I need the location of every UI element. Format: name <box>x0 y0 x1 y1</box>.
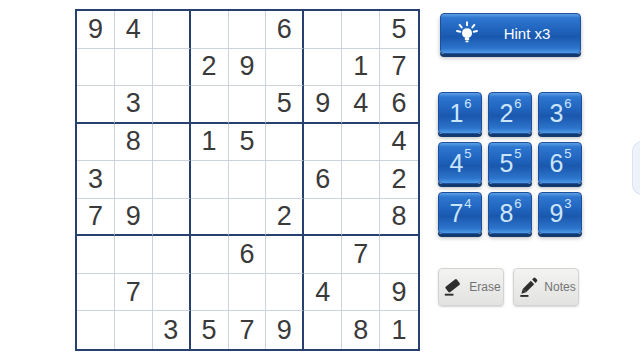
cell-r8c5[interactable] <box>229 274 267 312</box>
cell-r3c2[interactable]: 3 <box>115 86 153 124</box>
cell-r3c1[interactable] <box>77 86 115 124</box>
numpad-4-button[interactable]: 45 <box>438 142 482 184</box>
cell-r4c2[interactable]: 8 <box>115 124 153 162</box>
numpad-7-button[interactable]: 74 <box>438 192 482 234</box>
cell-r2c5[interactable]: 9 <box>229 49 267 87</box>
cell-r2c3[interactable] <box>153 49 191 87</box>
cell-r8c2[interactable]: 7 <box>115 274 153 312</box>
numpad-digit: 2 <box>499 101 513 126</box>
cell-r7c5[interactable]: 6 <box>229 236 267 274</box>
numpad-digit: 7 <box>449 201 463 226</box>
cell-r6c8[interactable] <box>342 199 380 237</box>
cell-r7c3[interactable] <box>153 236 191 274</box>
notes-label: Notes <box>544 280 575 294</box>
cell-r2c6[interactable] <box>266 49 304 87</box>
cell-r6c1[interactable]: 7 <box>77 199 115 237</box>
cell-r7c8[interactable]: 7 <box>342 236 380 274</box>
cell-r7c2[interactable] <box>115 236 153 274</box>
numpad-9-button[interactable]: 93 <box>538 192 582 234</box>
pencil-icon <box>516 276 539 299</box>
cell-r6c5[interactable] <box>229 199 267 237</box>
cell-r6c7[interactable] <box>304 199 342 237</box>
numpad-remaining-count: 5 <box>564 147 571 160</box>
cell-r3c3[interactable] <box>153 86 191 124</box>
numpad-digit: 3 <box>549 101 563 126</box>
cell-r2c2[interactable] <box>115 49 153 87</box>
cell-r8c4[interactable] <box>191 274 229 312</box>
cell-r4c6[interactable] <box>266 124 304 162</box>
numpad-digit: 4 <box>449 151 463 176</box>
cell-r3c5[interactable] <box>229 86 267 124</box>
numpad-remaining-count: 3 <box>564 197 571 210</box>
cell-r8c9[interactable]: 9 <box>380 274 418 312</box>
cell-r6c9[interactable]: 8 <box>380 199 418 237</box>
cell-r1c6[interactable]: 6 <box>266 11 304 49</box>
cell-r1c9[interactable]: 5 <box>380 11 418 49</box>
sudoku-board: 94652917359468154362792867749357981 <box>75 9 420 351</box>
cell-r2c7[interactable] <box>304 49 342 87</box>
cell-r9c6[interactable]: 9 <box>266 311 304 349</box>
numpad: 162636455565748693 <box>438 92 582 234</box>
cell-r5c6[interactable] <box>266 161 304 199</box>
cell-r8c6[interactable] <box>266 274 304 312</box>
numpad-remaining-count: 6 <box>564 97 571 110</box>
numpad-remaining-count: 5 <box>464 147 471 160</box>
numpad-8-button[interactable]: 86 <box>488 192 532 234</box>
cell-r5c8[interactable] <box>342 161 380 199</box>
numpad-digit: 9 <box>549 201 563 226</box>
lightbulb-icon <box>454 21 480 47</box>
numpad-remaining-count: 6 <box>514 97 521 110</box>
cell-r4c9[interactable]: 4 <box>380 124 418 162</box>
cell-r5c3[interactable] <box>153 161 191 199</box>
numpad-3-button[interactable]: 36 <box>538 92 582 134</box>
cell-r1c7[interactable] <box>304 11 342 49</box>
cell-r4c4[interactable]: 1 <box>191 124 229 162</box>
erase-button[interactable]: Erase <box>438 268 504 306</box>
hint-button[interactable]: Hint x3 <box>440 13 581 54</box>
edge-flyout-handle[interactable] <box>632 141 640 195</box>
cell-r3c9[interactable]: 6 <box>380 86 418 124</box>
cell-r7c7[interactable] <box>304 236 342 274</box>
cell-r2c4[interactable]: 2 <box>191 49 229 87</box>
cell-r9c9[interactable]: 1 <box>380 311 418 349</box>
cell-r3c4[interactable] <box>191 86 229 124</box>
cell-r9c7[interactable] <box>304 311 342 349</box>
cell-r4c1[interactable] <box>77 124 115 162</box>
cell-r2c1[interactable] <box>77 49 115 87</box>
cell-r6c6[interactable]: 2 <box>266 199 304 237</box>
cell-r4c5[interactable]: 5 <box>229 124 267 162</box>
cell-r8c7[interactable]: 4 <box>304 274 342 312</box>
cell-r6c4[interactable] <box>191 199 229 237</box>
numpad-remaining-count: 6 <box>464 97 471 110</box>
cell-r1c3[interactable] <box>153 11 191 49</box>
numpad-6-button[interactable]: 65 <box>538 142 582 184</box>
cell-r7c4[interactable] <box>191 236 229 274</box>
cell-r8c3[interactable] <box>153 274 191 312</box>
cell-r3c8[interactable]: 4 <box>342 86 380 124</box>
numpad-digit: 5 <box>499 151 513 176</box>
cell-r3c6[interactable]: 5 <box>266 86 304 124</box>
numpad-1-button[interactable]: 16 <box>438 92 482 134</box>
cell-r1c5[interactable] <box>229 11 267 49</box>
notes-button[interactable]: Notes <box>513 268 579 306</box>
cell-r5c5[interactable] <box>229 161 267 199</box>
numpad-digit: 6 <box>549 151 563 176</box>
cell-r6c3[interactable] <box>153 199 191 237</box>
numpad-remaining-count: 6 <box>514 197 521 210</box>
cell-r9c3[interactable]: 3 <box>153 311 191 349</box>
cell-r9c8[interactable]: 8 <box>342 311 380 349</box>
cell-r5c2[interactable] <box>115 161 153 199</box>
numpad-remaining-count: 5 <box>514 147 521 160</box>
eraser-icon <box>441 276 464 299</box>
cell-r1c4[interactable] <box>191 11 229 49</box>
cell-r4c3[interactable] <box>153 124 191 162</box>
numpad-5-button[interactable]: 55 <box>488 142 532 184</box>
cell-r1c8[interactable] <box>342 11 380 49</box>
cell-r5c1[interactable]: 3 <box>77 161 115 199</box>
cell-r4c8[interactable] <box>342 124 380 162</box>
cell-r9c4[interactable]: 5 <box>191 311 229 349</box>
numpad-2-button[interactable]: 26 <box>488 92 532 134</box>
cell-r1c2[interactable]: 4 <box>115 11 153 49</box>
numpad-digit: 1 <box>449 101 463 126</box>
cell-r9c2[interactable] <box>115 311 153 349</box>
sudoku-app: 94652917359468154362792867749357981 Hint… <box>0 0 640 360</box>
erase-label: Erase <box>469 280 500 294</box>
cell-r3c7[interactable]: 9 <box>304 86 342 124</box>
cell-r5c9[interactable]: 2 <box>380 161 418 199</box>
numpad-digit: 8 <box>499 201 513 226</box>
cell-r7c6[interactable] <box>266 236 304 274</box>
cell-r2c8[interactable]: 1 <box>342 49 380 87</box>
hint-label: Hint x3 <box>480 25 580 42</box>
cell-r7c9[interactable] <box>380 236 418 274</box>
cell-r5c7[interactable]: 6 <box>304 161 342 199</box>
cell-r9c5[interactable]: 7 <box>229 311 267 349</box>
cell-r1c1[interactable]: 9 <box>77 11 115 49</box>
cell-r2c9[interactable]: 7 <box>380 49 418 87</box>
numpad-remaining-count: 4 <box>464 197 471 210</box>
cell-r4c7[interactable] <box>304 124 342 162</box>
cell-r8c1[interactable] <box>77 274 115 312</box>
cell-r7c1[interactable] <box>77 236 115 274</box>
cell-r5c4[interactable] <box>191 161 229 199</box>
cell-r8c8[interactable] <box>342 274 380 312</box>
cell-r9c1[interactable] <box>77 311 115 349</box>
cell-r6c2[interactable]: 9 <box>115 199 153 237</box>
